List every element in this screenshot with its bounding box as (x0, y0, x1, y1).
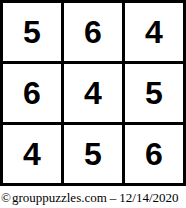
cell-r3c1: 4 (3, 125, 61, 183)
copyright-icon: © (1, 190, 11, 206)
cell-r3c2: 5 (64, 125, 122, 183)
copyright-footer: ©grouppuzzles.com–12/14/2020 (0, 186, 186, 208)
site-name: grouppuzzles.com (12, 190, 107, 206)
puzzle-date: 12/14/2020 (119, 190, 178, 206)
cell-r1c2: 6 (64, 3, 122, 61)
separator-dash: – (110, 190, 117, 206)
cell-r1c3: 4 (125, 3, 183, 61)
cell-r2c1: 6 (3, 64, 61, 122)
puzzle-grid: 5 6 4 6 4 5 4 5 6 (0, 0, 186, 186)
cell-r2c3: 5 (125, 64, 183, 122)
puzzle-page: 5 6 4 6 4 5 4 5 6 ©grouppuzzles.com–12/1… (0, 0, 186, 208)
cell-r1c1: 5 (3, 3, 61, 61)
cell-r3c3: 6 (125, 125, 183, 183)
cell-r2c2: 4 (64, 64, 122, 122)
